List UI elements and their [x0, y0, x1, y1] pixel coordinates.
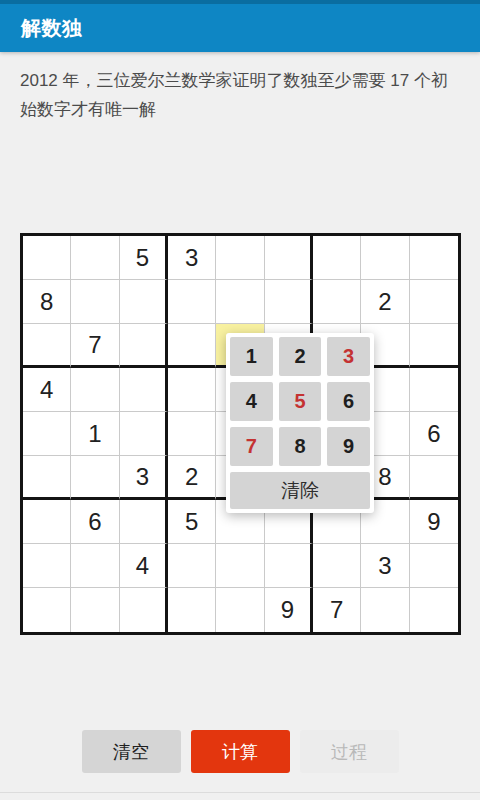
picker-digit-8[interactable]: 8 — [279, 427, 322, 466]
cell-r7c4[interactable]: 5 — [168, 500, 216, 544]
cell-r9c6[interactable]: 9 — [265, 588, 313, 632]
cell-r8c8[interactable]: 3 — [361, 544, 409, 588]
process-button[interactable]: 过程 — [300, 730, 399, 773]
cell-r3c2[interactable]: 7 — [71, 324, 119, 368]
cell-r5c9[interactable]: 6 — [410, 412, 458, 456]
cell-r1c1[interactable] — [23, 236, 71, 280]
cell-r7c3[interactable] — [120, 500, 168, 544]
cell-r4c2[interactable] — [71, 368, 119, 412]
number-picker-popup: 123456789 清除 — [226, 333, 374, 513]
cell-r9c4[interactable] — [168, 588, 216, 632]
cell-r3c4[interactable] — [168, 324, 216, 368]
cell-r2c3[interactable] — [120, 280, 168, 324]
cell-r5c2[interactable]: 1 — [71, 412, 119, 456]
cell-r2c5[interactable] — [216, 280, 264, 324]
cell-r1c5[interactable] — [216, 236, 264, 280]
cell-r1c3[interactable]: 5 — [120, 236, 168, 280]
cell-r8c6[interactable] — [265, 544, 313, 588]
calculate-button[interactable]: 计算 — [191, 730, 290, 773]
cell-r1c4[interactable]: 3 — [168, 236, 216, 280]
cell-r7c1[interactable] — [23, 500, 71, 544]
picker-digit-4[interactable]: 4 — [230, 382, 273, 421]
cell-r6c9[interactable] — [410, 456, 458, 500]
cell-r4c9[interactable] — [410, 368, 458, 412]
picker-digit-3[interactable]: 3 — [327, 337, 370, 376]
cell-r8c9[interactable] — [410, 544, 458, 588]
description-text: 2012 年，三位爱尔兰数学家证明了数独至少需要 17 个初始数字才有唯一解 — [20, 66, 461, 124]
cell-r2c9[interactable] — [410, 280, 458, 324]
cell-r8c7[interactable] — [313, 544, 361, 588]
cell-r8c3[interactable]: 4 — [120, 544, 168, 588]
cell-r4c1[interactable]: 4 — [23, 368, 71, 412]
cell-r9c5[interactable] — [216, 588, 264, 632]
page-title: 解数独 — [21, 15, 83, 42]
cell-r7c2[interactable]: 6 — [71, 500, 119, 544]
bottom-divider — [0, 792, 480, 793]
picker-clear-button[interactable]: 清除 — [230, 472, 370, 509]
screen: 解数独 2012 年，三位爱尔兰数学家证明了数独至少需要 17 个初始数字才有唯… — [0, 0, 480, 800]
cell-r2c7[interactable] — [313, 280, 361, 324]
picker-digit-2[interactable]: 2 — [279, 337, 322, 376]
cell-r2c1[interactable]: 8 — [23, 280, 71, 324]
picker-digit-grid: 123456789 — [230, 337, 370, 466]
cell-r9c1[interactable] — [23, 588, 71, 632]
picker-digit-6[interactable]: 6 — [327, 382, 370, 421]
cell-r9c8[interactable] — [361, 588, 409, 632]
picker-digit-9[interactable]: 9 — [327, 427, 370, 466]
cell-r4c4[interactable] — [168, 368, 216, 412]
app-bar: 解数独 — [0, 4, 480, 52]
cell-r9c9[interactable] — [410, 588, 458, 632]
cell-r3c9[interactable] — [410, 324, 458, 368]
cell-r9c3[interactable] — [120, 588, 168, 632]
cell-r2c8[interactable]: 2 — [361, 280, 409, 324]
cell-r1c6[interactable] — [265, 236, 313, 280]
cell-r7c9[interactable]: 9 — [410, 500, 458, 544]
cell-r9c7[interactable]: 7 — [313, 588, 361, 632]
cell-r6c1[interactable] — [23, 456, 71, 500]
cell-r3c3[interactable] — [120, 324, 168, 368]
clear-all-button[interactable]: 清空 — [82, 730, 181, 773]
cell-r2c2[interactable] — [71, 280, 119, 324]
cell-r1c9[interactable] — [410, 236, 458, 280]
footer-button-row: 清空 计算 过程 — [0, 730, 480, 773]
cell-r6c2[interactable] — [71, 456, 119, 500]
cell-r4c3[interactable] — [120, 368, 168, 412]
cell-r6c3[interactable]: 3 — [120, 456, 168, 500]
cell-r1c8[interactable] — [361, 236, 409, 280]
status-bar — [0, 0, 480, 4]
cell-r5c1[interactable] — [23, 412, 71, 456]
cell-r1c2[interactable] — [71, 236, 119, 280]
cell-r8c1[interactable] — [23, 544, 71, 588]
cell-r8c5[interactable] — [216, 544, 264, 588]
picker-digit-1[interactable]: 1 — [230, 337, 273, 376]
cell-r8c4[interactable] — [168, 544, 216, 588]
cell-r5c3[interactable] — [120, 412, 168, 456]
cell-r5c4[interactable] — [168, 412, 216, 456]
picker-digit-5[interactable]: 5 — [279, 382, 322, 421]
cell-r1c7[interactable] — [313, 236, 361, 280]
picker-digit-7[interactable]: 7 — [230, 427, 273, 466]
cell-r2c6[interactable] — [265, 280, 313, 324]
cell-r3c1[interactable] — [23, 324, 71, 368]
cell-r2c4[interactable] — [168, 280, 216, 324]
cell-r9c2[interactable] — [71, 588, 119, 632]
cell-r8c2[interactable] — [71, 544, 119, 588]
cell-r6c4[interactable]: 2 — [168, 456, 216, 500]
